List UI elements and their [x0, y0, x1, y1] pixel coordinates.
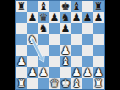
- square-f5[interactable]: [71, 34, 82, 45]
- letterbox-right: [105, 0, 120, 90]
- square-c1[interactable]: [38, 78, 49, 89]
- square-c6[interactable]: ♞: [38, 23, 49, 34]
- piece-white-bishop[interactable]: ♝: [72, 78, 81, 89]
- piece-white-king[interactable]: ♚: [61, 78, 70, 89]
- chess-diagram: ♜♝♚♝♜♟♛♟♞♟♟♟♞♟♞♟♟♝♟♟♟♟♟♜♛♚♝♜: [0, 0, 120, 90]
- piece-black-pawn[interactable]: ♟: [28, 12, 37, 23]
- piece-black-pawn[interactable]: ♟: [83, 12, 92, 23]
- square-g4[interactable]: [82, 45, 93, 56]
- square-b8[interactable]: [27, 1, 38, 12]
- square-a4[interactable]: [16, 45, 27, 56]
- square-h1[interactable]: ♜: [93, 78, 104, 89]
- piece-white-pawn[interactable]: ♟: [39, 67, 48, 78]
- square-a7[interactable]: [16, 12, 27, 23]
- square-b4[interactable]: [27, 45, 38, 56]
- square-e4[interactable]: ♟: [60, 45, 71, 56]
- square-g6[interactable]: [82, 23, 93, 34]
- piece-black-knight[interactable]: ♞: [39, 23, 48, 34]
- square-f1[interactable]: ♝: [71, 78, 82, 89]
- square-f7[interactable]: ♟: [71, 12, 82, 23]
- piece-black-rook[interactable]: ♜: [94, 1, 103, 12]
- square-a2[interactable]: [16, 67, 27, 78]
- letterbox-left: [0, 0, 15, 90]
- square-h8[interactable]: ♜: [93, 1, 104, 12]
- piece-white-pawn[interactable]: ♟: [61, 45, 70, 56]
- piece-black-pawn[interactable]: ♟: [72, 12, 81, 23]
- square-c4[interactable]: [38, 45, 49, 56]
- square-f2[interactable]: ♟: [71, 67, 82, 78]
- square-f8[interactable]: ♝: [71, 1, 82, 12]
- square-h5[interactable]: [93, 34, 104, 45]
- piece-black-rook[interactable]: ♜: [17, 1, 26, 12]
- piece-white-pawn[interactable]: ♟: [72, 67, 81, 78]
- square-d5[interactable]: [49, 34, 60, 45]
- square-h7[interactable]: ♟: [93, 12, 104, 23]
- square-a3[interactable]: ♟: [16, 56, 27, 67]
- piece-white-rook[interactable]: ♜: [94, 78, 103, 89]
- piece-black-knight[interactable]: ♞: [61, 12, 70, 23]
- square-e6[interactable]: ♟: [60, 23, 71, 34]
- piece-black-bishop[interactable]: ♝: [39, 1, 48, 12]
- square-b6[interactable]: [27, 23, 38, 34]
- square-d2[interactable]: [49, 67, 60, 78]
- square-e5[interactable]: [60, 34, 71, 45]
- square-d8[interactable]: [49, 1, 60, 12]
- square-a8[interactable]: ♜: [16, 1, 27, 12]
- piece-white-pawn[interactable]: ♟: [83, 67, 92, 78]
- square-d3[interactable]: [49, 56, 60, 67]
- square-e8[interactable]: ♚: [60, 1, 71, 12]
- square-g3[interactable]: [82, 56, 93, 67]
- square-f4[interactable]: [71, 45, 82, 56]
- square-b3[interactable]: [27, 56, 38, 67]
- square-d1[interactable]: ♛: [49, 78, 60, 89]
- piece-black-king[interactable]: ♚: [61, 1, 70, 12]
- piece-white-knight[interactable]: ♞: [28, 34, 37, 45]
- piece-white-queen[interactable]: ♛: [50, 78, 59, 89]
- piece-black-queen[interactable]: ♛: [39, 12, 48, 23]
- square-b7[interactable]: ♟: [27, 12, 38, 23]
- piece-white-pawn[interactable]: ♟: [94, 67, 103, 78]
- square-c8[interactable]: ♝: [38, 1, 49, 12]
- square-a5[interactable]: [16, 34, 27, 45]
- square-h6[interactable]: [93, 23, 104, 34]
- square-d7[interactable]: ♟: [49, 12, 60, 23]
- square-c7[interactable]: ♛: [38, 12, 49, 23]
- square-b5[interactable]: ♞: [27, 34, 38, 45]
- piece-black-bishop[interactable]: ♝: [72, 1, 81, 12]
- piece-black-pawn[interactable]: ♟: [50, 12, 59, 23]
- square-g1[interactable]: [82, 78, 93, 89]
- piece-white-pawn[interactable]: ♟: [28, 67, 37, 78]
- square-e2[interactable]: [60, 67, 71, 78]
- square-a1[interactable]: ♜: [16, 78, 27, 89]
- square-e7[interactable]: ♞: [60, 12, 71, 23]
- square-b1[interactable]: [27, 78, 38, 89]
- piece-white-rook[interactable]: ♜: [17, 78, 26, 89]
- square-f6[interactable]: [71, 23, 82, 34]
- square-e1[interactable]: ♚: [60, 78, 71, 89]
- piece-white-pawn[interactable]: ♟: [17, 56, 26, 67]
- square-c5[interactable]: [38, 34, 49, 45]
- piece-black-pawn[interactable]: ♟: [61, 23, 70, 34]
- square-g2[interactable]: ♟: [82, 67, 93, 78]
- square-h2[interactable]: ♟: [93, 67, 104, 78]
- square-g7[interactable]: ♟: [82, 12, 93, 23]
- square-c3[interactable]: [38, 56, 49, 67]
- square-g8[interactable]: [82, 1, 93, 12]
- square-h3[interactable]: [93, 56, 104, 67]
- square-h4[interactable]: [93, 45, 104, 56]
- square-g5[interactable]: [82, 34, 93, 45]
- chess-board[interactable]: ♜♝♚♝♜♟♛♟♞♟♟♟♞♟♞♟♟♝♟♟♟♟♟♜♛♚♝♜: [15, 0, 105, 90]
- square-d4[interactable]: [49, 45, 60, 56]
- square-f3[interactable]: [71, 56, 82, 67]
- square-e3[interactable]: ♝: [60, 56, 71, 67]
- piece-black-pawn[interactable]: ♟: [94, 12, 103, 23]
- square-d6[interactable]: [49, 23, 60, 34]
- square-c2[interactable]: ♟: [38, 67, 49, 78]
- square-b2[interactable]: ♟: [27, 67, 38, 78]
- piece-white-bishop[interactable]: ♝: [61, 56, 70, 67]
- square-a6[interactable]: [16, 23, 27, 34]
